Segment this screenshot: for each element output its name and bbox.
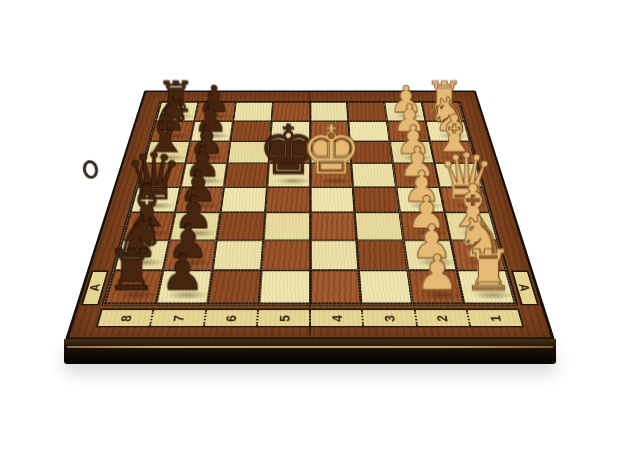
white-king[interactable]: ♚ bbox=[301, 119, 362, 182]
rank-label-4: 4 bbox=[311, 310, 364, 326]
rank-label-5: 5 bbox=[258, 310, 311, 326]
rank-label-3: 3 bbox=[363, 310, 417, 326]
rank-label-8: 8 bbox=[98, 310, 155, 326]
square-a7[interactable]: ♟ bbox=[158, 272, 211, 303]
rank-label-1: 1 bbox=[467, 310, 522, 326]
square-e4[interactable]: ♚ bbox=[311, 164, 352, 186]
square-a6[interactable] bbox=[209, 272, 260, 303]
board-frame: ♜♟♟♜♞♟♟♞♝♟♟♝♟♚♚♟♛♟♟♛♝♟♟♝♞♟♟♞♜♟♟♜ 8765432… bbox=[65, 91, 555, 340]
square-a2[interactable]: ♟ bbox=[410, 272, 463, 303]
square-b3[interactable] bbox=[358, 241, 406, 269]
square-a1[interactable]: ♜ bbox=[459, 272, 514, 303]
square-b4[interactable] bbox=[311, 241, 357, 269]
square-c4[interactable] bbox=[311, 213, 355, 239]
square-c6[interactable] bbox=[218, 213, 264, 239]
black-pawn[interactable]: ♟ bbox=[161, 251, 205, 296]
square-b6[interactable] bbox=[213, 241, 261, 269]
square-a8[interactable]: ♜ bbox=[106, 272, 161, 303]
white-pawn[interactable]: ♟ bbox=[415, 251, 459, 296]
square-d4[interactable] bbox=[311, 188, 353, 212]
rank-label-7: 7 bbox=[151, 310, 206, 326]
white-rook[interactable]: ♜ bbox=[463, 244, 514, 296]
hinge-clasp-icon bbox=[81, 159, 100, 181]
rank-label-2: 2 bbox=[415, 310, 471, 326]
square-c5[interactable] bbox=[264, 213, 308, 239]
square-c3[interactable] bbox=[356, 213, 402, 239]
product-photo-scene: ♜♟♟♜♞♟♟♞♝♟♟♝♟♚♚♟♛♟♟♛♝♟♟♝♞♟♟♞♜♟♟♜ 8765432… bbox=[0, 0, 620, 465]
board-box-edge bbox=[64, 339, 556, 364]
square-a3[interactable] bbox=[360, 272, 411, 303]
black-rook[interactable]: ♜ bbox=[107, 244, 158, 296]
square-d3[interactable] bbox=[354, 188, 398, 212]
square-d6[interactable] bbox=[221, 188, 265, 212]
square-a5[interactable] bbox=[260, 272, 308, 303]
rank-label-6: 6 bbox=[204, 310, 258, 326]
gold-trim-line bbox=[67, 346, 553, 348]
square-b5[interactable] bbox=[262, 241, 308, 269]
square-a4[interactable] bbox=[311, 272, 359, 303]
chess-board: ♜♟♟♜♞♟♟♞♝♟♟♝♟♚♚♟♛♟♟♛♝♟♟♝♞♟♟♞♜♟♟♜ 8765432… bbox=[65, 91, 555, 340]
square-d5[interactable] bbox=[266, 188, 308, 212]
